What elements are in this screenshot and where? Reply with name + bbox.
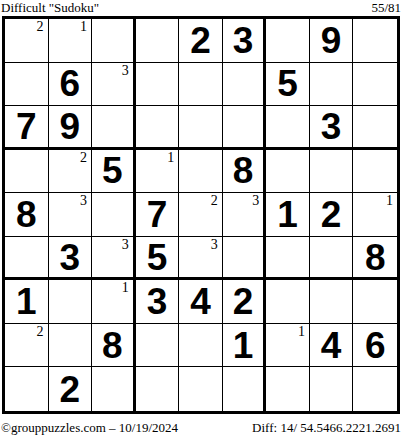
cell-r8c2[interactable] — [49, 324, 93, 368]
sudoku-board: 2123963579325188372312133538113422811462 — [2, 16, 400, 414]
cell-r6c6[interactable] — [223, 237, 267, 281]
pencil-mark: 1 — [80, 19, 87, 35]
cell-r4c7[interactable] — [266, 150, 310, 194]
cell-r8c4[interactable] — [136, 324, 180, 368]
cell-r7c2[interactable] — [49, 280, 93, 324]
cell-r5c2[interactable]: 3 — [49, 193, 93, 237]
pencil-mark: 1 — [122, 280, 129, 296]
cell-r8c6[interactable]: 1 — [223, 324, 267, 368]
cell-r6c3[interactable]: 3 — [92, 237, 136, 281]
cell-r5c8[interactable]: 2 — [310, 193, 354, 237]
cell-r1c8[interactable]: 9 — [310, 19, 354, 63]
cell-r9c4[interactable] — [136, 367, 180, 411]
cell-r7c7[interactable] — [266, 280, 310, 324]
pencil-mark: 3 — [211, 237, 218, 253]
cell-r8c8[interactable]: 4 — [310, 324, 354, 368]
given-digit: 2 — [233, 283, 254, 320]
page-title: Difficult "Sudoku" — [1, 0, 99, 15]
given-digit: 4 — [321, 327, 342, 364]
cell-r8c3[interactable]: 8 — [92, 324, 136, 368]
given-digit: 9 — [321, 22, 342, 59]
cell-r5c3[interactable] — [92, 193, 136, 237]
cell-r7c9[interactable] — [353, 280, 397, 324]
cell-r7c5[interactable]: 4 — [179, 280, 223, 324]
cell-r1c7[interactable] — [266, 19, 310, 63]
cell-r6c1[interactable] — [5, 237, 49, 281]
cell-r5c1[interactable]: 8 — [5, 193, 49, 237]
given-digit: 5 — [277, 65, 298, 102]
cell-r1c4[interactable] — [136, 19, 180, 63]
cell-r1c9[interactable] — [353, 19, 397, 63]
cell-r9c1[interactable] — [5, 367, 49, 411]
pencil-mark: 3 — [80, 193, 87, 209]
given-digit: 2 — [190, 22, 211, 59]
cell-r6c8[interactable] — [310, 237, 354, 281]
sudoku-page: Difficult "Sudoku" 55/81 212396357932518… — [0, 0, 402, 437]
cell-r1c2[interactable]: 1 — [49, 19, 93, 63]
pencil-mark: 3 — [122, 63, 129, 79]
cell-r9c3[interactable] — [92, 367, 136, 411]
cell-r8c7[interactable]: 1 — [266, 324, 310, 368]
cell-r8c5[interactable] — [179, 324, 223, 368]
cell-r9c7[interactable] — [266, 367, 310, 411]
cell-r4c4[interactable]: 1 — [136, 150, 180, 194]
copyright-date: ©grouppuzzles.com – 10/19/2024 — [1, 420, 178, 435]
cell-r2c7[interactable]: 5 — [266, 63, 310, 107]
cell-r3c4[interactable] — [136, 106, 180, 150]
cell-r3c5[interactable] — [179, 106, 223, 150]
cell-r2c2[interactable]: 6 — [49, 63, 93, 107]
cell-r1c1[interactable]: 2 — [5, 19, 49, 63]
given-digit: 1 — [277, 196, 298, 233]
cell-r7c1[interactable]: 1 — [5, 280, 49, 324]
cell-r7c8[interactable] — [310, 280, 354, 324]
cell-r6c7[interactable] — [266, 237, 310, 281]
given-digit: 1 — [233, 327, 254, 364]
cell-r6c4[interactable]: 5 — [136, 237, 180, 281]
cell-r7c6[interactable]: 2 — [223, 280, 267, 324]
pencil-mark: 2 — [211, 193, 218, 209]
cell-r8c9[interactable]: 6 — [353, 324, 397, 368]
given-digit: 9 — [60, 108, 81, 145]
cell-r6c9[interactable]: 8 — [353, 237, 397, 281]
cell-r2c5[interactable] — [179, 63, 223, 107]
cell-r1c3[interactable] — [92, 19, 136, 63]
cell-r4c5[interactable] — [179, 150, 223, 194]
given-digit: 1 — [16, 283, 37, 320]
pencil-mark: 2 — [80, 150, 87, 166]
cell-r3c2[interactable]: 9 — [49, 106, 93, 150]
given-digit: 8 — [16, 196, 37, 233]
cell-r9c6[interactable] — [223, 367, 267, 411]
cell-r5c9[interactable]: 1 — [353, 193, 397, 237]
cell-r3c7[interactable] — [266, 106, 310, 150]
cell-r3c3[interactable] — [92, 106, 136, 150]
cell-r6c2[interactable]: 3 — [49, 237, 93, 281]
given-digit: 2 — [60, 371, 81, 408]
cell-r7c3[interactable]: 1 — [92, 280, 136, 324]
cell-r8c1[interactable]: 2 — [5, 324, 49, 368]
footer-bar: ©grouppuzzles.com – 10/19/2024 Diff: 14/… — [0, 420, 402, 435]
difficulty-rating: Diff: 14/ 54.5466.2221.2691 — [252, 420, 401, 435]
given-digit: 3 — [321, 108, 342, 145]
given-digit: 6 — [60, 65, 81, 102]
cell-r2c9[interactable] — [353, 63, 397, 107]
given-digit: 3 — [147, 283, 168, 320]
pencil-mark: 1 — [167, 150, 174, 166]
cell-r2c3[interactable]: 3 — [92, 63, 136, 107]
cell-r9c9[interactable] — [353, 367, 397, 411]
given-digit: 5 — [102, 152, 123, 189]
remaining-counter: 55/81 — [371, 0, 401, 15]
cell-r1c5[interactable]: 2 — [179, 19, 223, 63]
cell-r1c6[interactable]: 3 — [223, 19, 267, 63]
cell-r4c3[interactable]: 5 — [92, 150, 136, 194]
cell-r4c1[interactable] — [5, 150, 49, 194]
cell-r9c2[interactable]: 2 — [49, 367, 93, 411]
header-bar: Difficult "Sudoku" 55/81 — [0, 0, 402, 16]
cell-r2c1[interactable] — [5, 63, 49, 107]
given-digit: 4 — [190, 283, 211, 320]
given-digit: 7 — [16, 108, 37, 145]
cell-r4c2[interactable]: 2 — [49, 150, 93, 194]
cell-r5c6[interactable]: 3 — [223, 193, 267, 237]
cell-r6c5[interactable]: 3 — [179, 237, 223, 281]
cell-r5c4[interactable]: 7 — [136, 193, 180, 237]
pencil-mark: 2 — [37, 324, 44, 340]
given-digit: 2 — [321, 196, 342, 233]
pencil-mark: 1 — [298, 324, 305, 340]
cell-r2c4[interactable] — [136, 63, 180, 107]
cell-r4c6[interactable]: 8 — [223, 150, 267, 194]
cell-r3c8[interactable]: 3 — [310, 106, 354, 150]
given-digit: 7 — [147, 196, 168, 233]
pencil-mark: 2 — [37, 19, 44, 35]
given-digit: 8 — [365, 239, 386, 276]
cell-r4c9[interactable] — [353, 150, 397, 194]
cell-r3c1[interactable]: 7 — [5, 106, 49, 150]
cell-r5c5[interactable]: 2 — [179, 193, 223, 237]
pencil-mark: 1 — [386, 193, 393, 209]
given-digit: 8 — [102, 327, 123, 364]
cell-r7c4[interactable]: 3 — [136, 280, 180, 324]
given-digit: 5 — [147, 239, 168, 276]
given-digit: 8 — [233, 152, 254, 189]
cell-r2c8[interactable] — [310, 63, 354, 107]
pencil-mark: 3 — [252, 193, 259, 209]
cell-r4c8[interactable] — [310, 150, 354, 194]
pencil-mark: 3 — [122, 237, 129, 253]
cell-r9c5[interactable] — [179, 367, 223, 411]
cell-r2c6[interactable] — [223, 63, 267, 107]
given-digit: 3 — [233, 22, 254, 59]
given-digit: 3 — [60, 239, 81, 276]
cell-r9c8[interactable] — [310, 367, 354, 411]
cell-r3c6[interactable] — [223, 106, 267, 150]
cell-r3c9[interactable] — [353, 106, 397, 150]
cell-r5c7[interactable]: 1 — [266, 193, 310, 237]
given-digit: 6 — [365, 327, 386, 364]
